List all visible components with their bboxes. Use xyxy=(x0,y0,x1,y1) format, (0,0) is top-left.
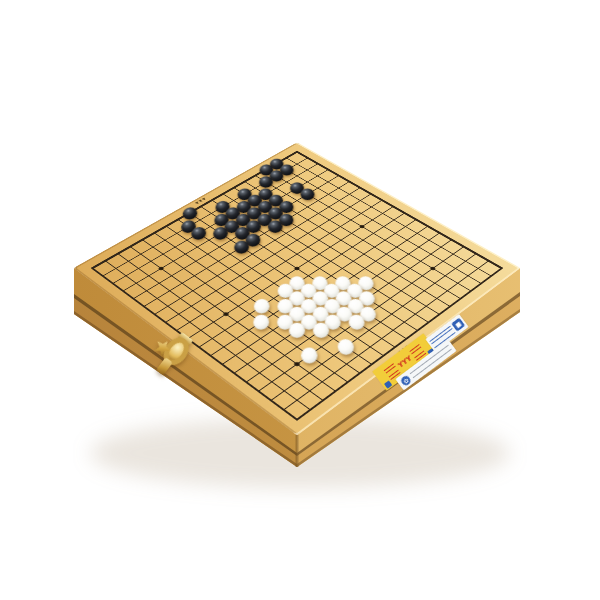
black-stone xyxy=(234,241,249,254)
black-stone xyxy=(268,220,283,232)
product-photo-scene: ▲▲▲ ▲▲▲ YYY ■ ✿ xyxy=(0,0,600,600)
star-point xyxy=(293,361,301,366)
black-stone xyxy=(191,227,207,240)
black-stone xyxy=(301,189,315,201)
white-stone xyxy=(301,348,317,364)
white-stone xyxy=(337,339,354,355)
star-point xyxy=(158,266,165,271)
white-stone xyxy=(254,299,270,314)
star-point xyxy=(429,266,436,271)
star-point xyxy=(222,312,229,317)
go-grid xyxy=(91,151,504,421)
black-stone xyxy=(259,176,273,187)
go-board-top: ▲▲▲ ▲▲▲ xyxy=(74,142,521,435)
black-stone xyxy=(213,227,228,240)
star-point xyxy=(359,225,366,229)
black-stone xyxy=(182,207,198,219)
white-stone xyxy=(313,323,329,338)
white-stone xyxy=(348,315,365,330)
white-stone xyxy=(289,323,305,338)
flower-logo-icon: ✿ xyxy=(399,374,412,387)
star-point xyxy=(293,266,300,271)
white-stone xyxy=(253,315,269,330)
clasp-tongue-icon xyxy=(156,357,173,375)
